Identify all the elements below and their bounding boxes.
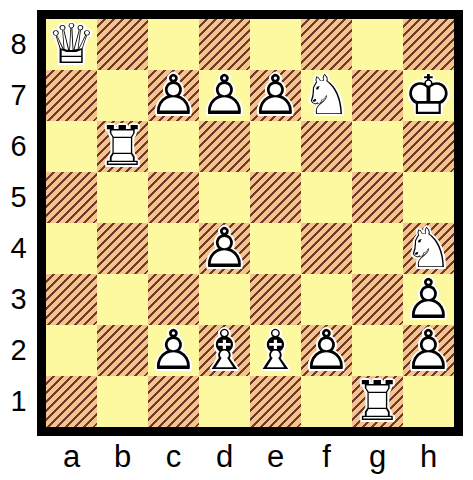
white-rook[interactable]: ♜♖ — [352, 376, 403, 427]
chess-board: ♛♕♟♙♟♙♟♙♞♘♚♔♜♖♟♙♞♘♟♙♟♙♝♗♝♗♟♙♟♙♜♖ — [46, 19, 454, 427]
white-pawn[interactable]: ♟♙ — [301, 325, 352, 376]
rank-label-8: 8 — [0, 19, 37, 70]
rank-label-6: 6 — [0, 121, 37, 172]
square-f6[interactable] — [301, 121, 352, 172]
square-f3[interactable] — [301, 274, 352, 325]
square-h4[interactable]: ♞♘ — [403, 223, 454, 274]
square-d6[interactable] — [199, 121, 250, 172]
square-a6[interactable] — [46, 121, 97, 172]
square-c3[interactable] — [148, 274, 199, 325]
piece-outline-glyph: ♙ — [403, 325, 454, 376]
square-h2[interactable]: ♟♙ — [403, 325, 454, 376]
square-b7[interactable] — [97, 70, 148, 121]
square-e6[interactable] — [250, 121, 301, 172]
piece-fill-glyph: ♝ — [199, 325, 250, 376]
piece-outline-glyph: ♙ — [199, 70, 250, 121]
piece-fill-glyph: ♟ — [199, 223, 250, 274]
file-label-a: a — [46, 436, 97, 478]
piece-fill-glyph: ♝ — [250, 325, 301, 376]
square-g8[interactable] — [352, 19, 403, 70]
piece-fill-glyph: ♟ — [403, 325, 454, 376]
square-b1[interactable] — [97, 376, 148, 427]
square-g4[interactable] — [352, 223, 403, 274]
piece-outline-glyph: ♔ — [403, 70, 454, 121]
piece-outline-glyph: ♘ — [403, 223, 454, 274]
file-label-f: f — [301, 436, 352, 478]
square-a5[interactable] — [46, 172, 97, 223]
white-bishop[interactable]: ♝♗ — [199, 325, 250, 376]
square-d8[interactable] — [199, 19, 250, 70]
white-pawn[interactable]: ♟♙ — [148, 70, 199, 121]
square-d7[interactable]: ♟♙ — [199, 70, 250, 121]
square-g1[interactable]: ♜♖ — [352, 376, 403, 427]
square-e2[interactable]: ♝♗ — [250, 325, 301, 376]
rank-label-1: 1 — [0, 376, 37, 427]
white-king[interactable]: ♚♔ — [403, 70, 454, 121]
file-label-b: b — [97, 436, 148, 478]
square-e5[interactable] — [250, 172, 301, 223]
piece-outline-glyph: ♗ — [199, 325, 250, 376]
rank-labels: 87654321 — [0, 19, 37, 427]
rank-label-7: 7 — [0, 70, 37, 121]
square-f7[interactable]: ♞♘ — [301, 70, 352, 121]
square-a8[interactable]: ♛♕ — [46, 19, 97, 70]
piece-fill-glyph: ♞ — [301, 70, 352, 121]
square-g3[interactable] — [352, 274, 403, 325]
square-d3[interactable] — [199, 274, 250, 325]
piece-fill-glyph: ♟ — [148, 70, 199, 121]
piece-outline-glyph: ♖ — [97, 121, 148, 172]
white-pawn[interactable]: ♟♙ — [199, 70, 250, 121]
white-rook[interactable]: ♜♖ — [97, 121, 148, 172]
square-g7[interactable] — [352, 70, 403, 121]
square-d1[interactable] — [199, 376, 250, 427]
square-h8[interactable] — [403, 19, 454, 70]
square-a1[interactable] — [46, 376, 97, 427]
square-f1[interactable] — [301, 376, 352, 427]
rank-label-3: 3 — [0, 274, 37, 325]
square-a3[interactable] — [46, 274, 97, 325]
square-h3[interactable]: ♟♙ — [403, 274, 454, 325]
square-e8[interactable] — [250, 19, 301, 70]
rank-label-4: 4 — [0, 223, 37, 274]
square-b8[interactable] — [97, 19, 148, 70]
piece-fill-glyph: ♟ — [301, 325, 352, 376]
square-e7[interactable]: ♟♙ — [250, 70, 301, 121]
square-h1[interactable] — [403, 376, 454, 427]
square-c7[interactable]: ♟♙ — [148, 70, 199, 121]
piece-outline-glyph: ♙ — [250, 70, 301, 121]
file-labels: abcdefgh — [46, 436, 454, 478]
white-pawn[interactable]: ♟♙ — [403, 274, 454, 325]
board-frame: ♛♕♟♙♟♙♟♙♞♘♚♔♜♖♟♙♞♘♟♙♟♙♝♗♝♗♟♙♟♙♜♖ — [37, 10, 463, 436]
square-c4[interactable] — [148, 223, 199, 274]
piece-outline-glyph: ♗ — [250, 325, 301, 376]
square-f8[interactable] — [301, 19, 352, 70]
white-pawn[interactable]: ♟♙ — [148, 325, 199, 376]
square-h7[interactable]: ♚♔ — [403, 70, 454, 121]
square-c2[interactable]: ♟♙ — [148, 325, 199, 376]
file-label-e: e — [250, 436, 301, 478]
square-c8[interactable] — [148, 19, 199, 70]
piece-outline-glyph: ♕ — [46, 19, 97, 70]
white-pawn[interactable]: ♟♙ — [250, 70, 301, 121]
square-g6[interactable] — [352, 121, 403, 172]
white-pawn[interactable]: ♟♙ — [403, 325, 454, 376]
square-c1[interactable] — [148, 376, 199, 427]
square-d5[interactable] — [199, 172, 250, 223]
piece-outline-glyph: ♖ — [352, 376, 403, 427]
square-h6[interactable] — [403, 121, 454, 172]
file-label-c: c — [148, 436, 199, 478]
square-b3[interactable] — [97, 274, 148, 325]
piece-outline-glyph: ♙ — [403, 274, 454, 325]
square-d4[interactable]: ♟♙ — [199, 223, 250, 274]
file-label-d: d — [199, 436, 250, 478]
square-g5[interactable] — [352, 172, 403, 223]
square-a2[interactable] — [46, 325, 97, 376]
square-e1[interactable] — [250, 376, 301, 427]
white-pawn[interactable]: ♟♙ — [199, 223, 250, 274]
file-label-g: g — [352, 436, 403, 478]
square-b6[interactable]: ♜♖ — [97, 121, 148, 172]
square-f2[interactable]: ♟♙ — [301, 325, 352, 376]
piece-fill-glyph: ♛ — [46, 19, 97, 70]
piece-fill-glyph: ♜ — [97, 121, 148, 172]
square-f4[interactable] — [301, 223, 352, 274]
file-label-h: h — [403, 436, 454, 478]
square-h5[interactable] — [403, 172, 454, 223]
piece-outline-glyph: ♙ — [148, 325, 199, 376]
square-c6[interactable] — [148, 121, 199, 172]
piece-fill-glyph: ♞ — [403, 223, 454, 274]
rank-label-2: 2 — [0, 325, 37, 376]
white-queen[interactable]: ♛♕ — [46, 19, 97, 70]
piece-fill-glyph: ♟ — [199, 70, 250, 121]
square-b5[interactable] — [97, 172, 148, 223]
white-knight[interactable]: ♞♘ — [403, 223, 454, 274]
piece-outline-glyph: ♘ — [301, 70, 352, 121]
square-c5[interactable] — [148, 172, 199, 223]
square-a4[interactable] — [46, 223, 97, 274]
square-g2[interactable] — [352, 325, 403, 376]
square-e3[interactable] — [250, 274, 301, 325]
white-knight[interactable]: ♞♘ — [301, 70, 352, 121]
piece-fill-glyph: ♟ — [148, 325, 199, 376]
rank-label-5: 5 — [0, 172, 37, 223]
square-b2[interactable] — [97, 325, 148, 376]
square-f5[interactable] — [301, 172, 352, 223]
piece-fill-glyph: ♟ — [250, 70, 301, 121]
piece-outline-glyph: ♙ — [148, 70, 199, 121]
square-e4[interactable] — [250, 223, 301, 274]
piece-fill-glyph: ♟ — [403, 274, 454, 325]
white-bishop[interactable]: ♝♗ — [250, 325, 301, 376]
piece-fill-glyph: ♚ — [403, 70, 454, 121]
piece-fill-glyph: ♜ — [352, 376, 403, 427]
square-a7[interactable] — [46, 70, 97, 121]
piece-outline-glyph: ♙ — [199, 223, 250, 274]
piece-outline-glyph: ♙ — [301, 325, 352, 376]
square-d2[interactable]: ♝♗ — [199, 325, 250, 376]
square-b4[interactable] — [97, 223, 148, 274]
